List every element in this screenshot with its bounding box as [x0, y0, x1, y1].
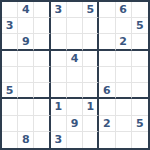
cell-r7c7-empty[interactable] [99, 99, 115, 115]
cell-r1c5-empty[interactable] [67, 2, 83, 18]
cell-r5c2-empty[interactable] [18, 67, 34, 83]
cell-r6c2-empty[interactable] [18, 83, 34, 99]
cell-r1c6-given[interactable]: 5 [83, 2, 99, 18]
cell-r1c1-empty[interactable] [2, 2, 18, 18]
cell-r7c6-given[interactable]: 1 [83, 99, 99, 115]
cell-r4c8-empty[interactable] [116, 51, 132, 67]
cell-r6c5-empty[interactable] [67, 83, 83, 99]
cell-r1c2-given[interactable]: 4 [18, 2, 34, 18]
cell-r3c8-given[interactable]: 2 [116, 34, 132, 50]
cell-r2c9-given[interactable]: 5 [132, 18, 148, 34]
cell-r5c6-empty[interactable] [83, 67, 99, 83]
cell-r2c2-empty[interactable] [18, 18, 34, 34]
cell-r5c7-empty[interactable] [99, 67, 115, 83]
cell-r4c4-empty[interactable] [51, 51, 67, 67]
cell-r1c8-given[interactable]: 6 [116, 2, 132, 18]
cell-r2c6-empty[interactable] [83, 18, 99, 34]
cell-r7c9-empty[interactable] [132, 99, 148, 115]
cell-r4c2-empty[interactable] [18, 51, 34, 67]
cell-r9c3-empty[interactable] [34, 132, 50, 148]
cell-r7c8-empty[interactable] [116, 99, 132, 115]
cell-r2c1-given[interactable]: 3 [2, 18, 18, 34]
cell-r2c4-empty[interactable] [51, 18, 67, 34]
cell-r8c3-empty[interactable] [34, 116, 50, 132]
cell-r5c4-empty[interactable] [51, 67, 67, 83]
cell-r7c1-empty[interactable] [2, 99, 18, 115]
cell-r3c6-empty[interactable] [83, 34, 99, 50]
cell-r8c1-empty[interactable] [2, 116, 18, 132]
cell-r3c7-empty[interactable] [99, 34, 115, 50]
cell-r1c7-empty[interactable] [99, 2, 115, 18]
cell-r1c4-given[interactable]: 3 [51, 2, 67, 18]
cell-r7c5-empty[interactable] [67, 99, 83, 115]
cell-r6c3-empty[interactable] [34, 83, 50, 99]
cell-r3c9-empty[interactable] [132, 34, 148, 50]
cell-r4c1-empty[interactable] [2, 51, 18, 67]
cell-r4c5-given[interactable]: 4 [67, 51, 83, 67]
cell-r4c7-empty[interactable] [99, 51, 115, 67]
cell-r9c2-given[interactable]: 8 [18, 132, 34, 148]
cell-r7c2-empty[interactable] [18, 99, 34, 115]
cell-r6c7-given[interactable]: 6 [99, 83, 115, 99]
cell-r7c4-given[interactable]: 1 [51, 99, 67, 115]
cell-r3c2-given[interactable]: 9 [18, 34, 34, 50]
cell-r3c4-empty[interactable] [51, 34, 67, 50]
cell-r5c8-empty[interactable] [116, 67, 132, 83]
cell-r1c9-empty[interactable] [132, 2, 148, 18]
sudoku-board: 435635924561192583 [0, 0, 150, 150]
cell-r2c3-empty[interactable] [34, 18, 50, 34]
cell-r6c8-empty[interactable] [116, 83, 132, 99]
cell-r2c7-empty[interactable] [99, 18, 115, 34]
cell-r3c3-empty[interactable] [34, 34, 50, 50]
cell-r6c6-empty[interactable] [83, 83, 99, 99]
cell-r1c3-empty[interactable] [34, 2, 50, 18]
cell-r6c4-empty[interactable] [51, 83, 67, 99]
cell-r8c4-empty[interactable] [51, 116, 67, 132]
cell-r8c7-given[interactable]: 2 [99, 116, 115, 132]
cell-r9c5-empty[interactable] [67, 132, 83, 148]
cell-r9c9-given[interactable] [132, 132, 148, 148]
cell-r6c9-empty[interactable] [132, 83, 148, 99]
cell-r9c7-given[interactable] [99, 132, 115, 148]
cell-r8c2-empty[interactable] [18, 116, 34, 132]
cell-r4c9-empty[interactable] [132, 51, 148, 67]
cell-r2c5-empty[interactable] [67, 18, 83, 34]
cell-r9c1-empty[interactable] [2, 132, 18, 148]
cell-r5c9-empty[interactable] [132, 67, 148, 83]
cell-r7c3-empty[interactable] [34, 99, 50, 115]
cell-r3c1-empty[interactable] [2, 34, 18, 50]
cell-r3c5-empty[interactable] [67, 34, 83, 50]
cell-r8c8-empty[interactable] [116, 116, 132, 132]
cell-r8c6-empty[interactable] [83, 116, 99, 132]
cell-r6c1-given[interactable]: 5 [2, 83, 18, 99]
cell-r8c5-given[interactable]: 9 [67, 116, 83, 132]
cell-r9c6-given[interactable] [83, 132, 99, 148]
cell-r5c3-empty[interactable] [34, 67, 50, 83]
cell-r9c4-given[interactable]: 3 [51, 132, 67, 148]
cell-r4c6-empty[interactable] [83, 51, 99, 67]
cell-r2c8-empty[interactable] [116, 18, 132, 34]
cell-r9c8-given[interactable] [116, 132, 132, 148]
cell-r5c1-empty[interactable] [2, 67, 18, 83]
cell-r4c3-empty[interactable] [34, 51, 50, 67]
cell-r8c9-given[interactable]: 5 [132, 116, 148, 132]
cell-r5c5-empty[interactable] [67, 67, 83, 83]
